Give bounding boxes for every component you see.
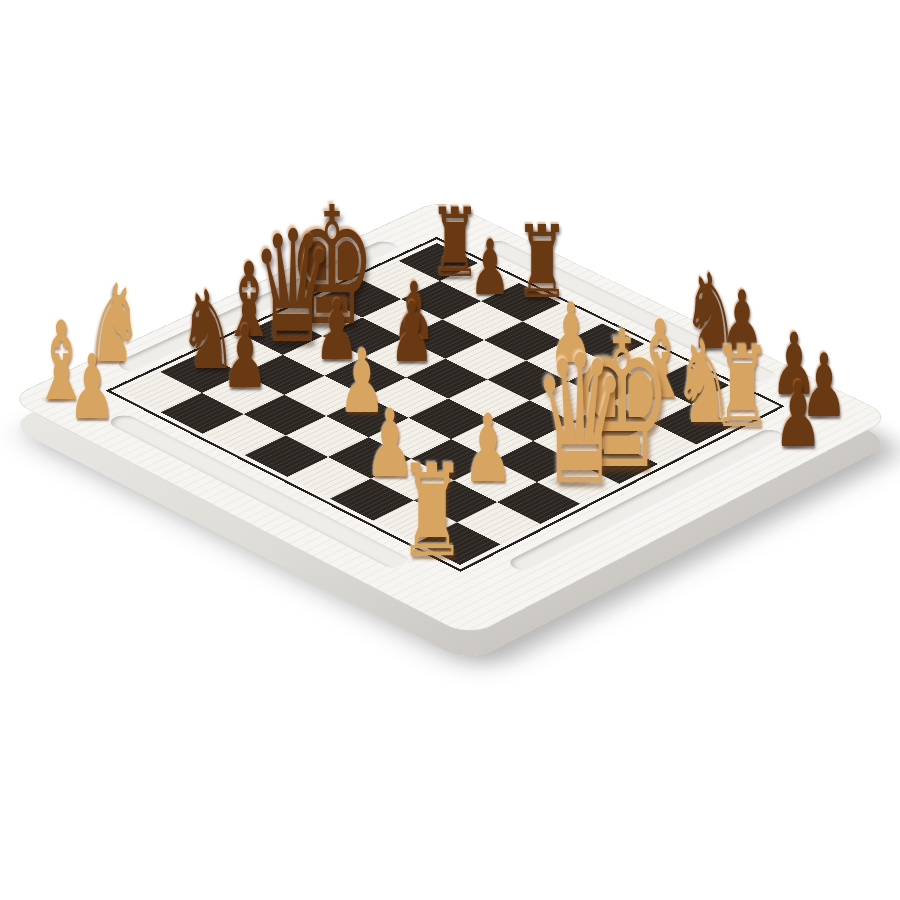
white-rook-a1: ♜ [398,448,466,575]
black-pawn-right-tray: ♟ [774,370,823,461]
black-pawn-h7: ♟ [470,230,511,306]
white-pawn-c2: ♟ [463,402,513,496]
chess-set-product-photo: ♞♝♛♚♟♟♟♟♜♟♜♞♟♟♟♟♜♛♚♞♜♝♟♟♟♟♝♞♟ [0,0,900,900]
black-pawn-b7: ♟ [222,314,269,401]
white-rook-h1: ♜ [712,332,772,443]
white-queen-d1: ♛ [532,332,628,510]
black-pawn-e6: ♟ [389,291,434,374]
white-pawn-left-tray: ♟ [68,343,116,432]
